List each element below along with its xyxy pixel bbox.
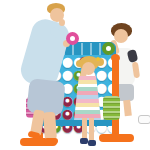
boy-hanging-arm [132, 62, 140, 79]
player-man [0, 0, 80, 150]
boy-leg-right [123, 100, 132, 117]
frame-post-right-cap [111, 54, 120, 62]
man-sandal-front [44, 138, 58, 144]
boy-sneaker-right [138, 115, 150, 124]
girl-leg-right [89, 118, 94, 140]
girl-shoe-right [88, 140, 96, 146]
girl-face [82, 62, 95, 75]
player-girl [70, 52, 104, 150]
girl-hair-tie [96, 57, 100, 61]
girl-shoe-left [80, 138, 88, 144]
man-shorts [26, 78, 65, 116]
green-ring-stack [103, 96, 120, 120]
pink-ring-held-by-man [66, 32, 79, 45]
green-ring-held-by-boy [102, 42, 115, 55]
frame-foot-right [99, 134, 134, 142]
man-leg-front [43, 112, 57, 141]
product-photo-scene: ●●●●●●●●●●●●●●●●●●●●●●●●●●●●●●●●●●●●●●●●… [0, 0, 150, 150]
girl-leg-left [82, 118, 87, 140]
man-shh-hand [59, 19, 65, 26]
girl-dress [74, 76, 101, 120]
